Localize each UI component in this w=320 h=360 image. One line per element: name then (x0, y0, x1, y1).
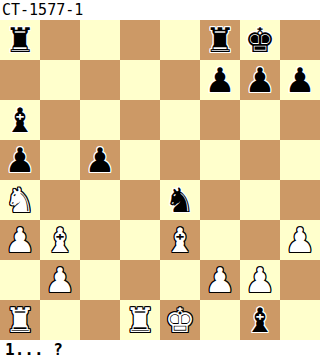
square-e5[interactable] (160, 140, 200, 180)
square-g7[interactable]: ♟ (240, 60, 280, 100)
square-b3[interactable]: ♝ (40, 220, 80, 260)
square-d1[interactable]: ♜ (120, 300, 160, 340)
black-bishop-g1: ♝ (245, 300, 275, 340)
chess-puzzle-page: CT-1577-1 ♜♜♚♟♟♟♝♟♟♞♞♟♝♝♟♟♟♟♜♜♚♝ 1... ? (0, 0, 320, 360)
square-d7[interactable] (120, 60, 160, 100)
black-bishop-a6: ♝ (5, 100, 35, 140)
square-b8[interactable] (40, 20, 80, 60)
square-c3[interactable] (80, 220, 120, 260)
square-f3[interactable] (200, 220, 240, 260)
black-pawn-a5: ♟ (5, 140, 35, 180)
square-d4[interactable] (120, 180, 160, 220)
white-bishop-b3: ♝ (45, 220, 75, 260)
square-f1[interactable] (200, 300, 240, 340)
square-f2[interactable]: ♟ (200, 260, 240, 300)
square-d3[interactable] (120, 220, 160, 260)
square-e3[interactable]: ♝ (160, 220, 200, 260)
square-g2[interactable]: ♟ (240, 260, 280, 300)
square-a5[interactable]: ♟ (0, 140, 40, 180)
white-king-e1: ♚ (165, 300, 195, 340)
white-knight-a4: ♞ (5, 180, 35, 220)
square-b4[interactable] (40, 180, 80, 220)
square-f4[interactable] (200, 180, 240, 220)
square-a3[interactable]: ♟ (0, 220, 40, 260)
white-pawn-a3: ♟ (5, 220, 35, 260)
square-c4[interactable] (80, 180, 120, 220)
square-d2[interactable] (120, 260, 160, 300)
white-pawn-h3: ♟ (285, 220, 315, 260)
square-e2[interactable] (160, 260, 200, 300)
square-d6[interactable] (120, 100, 160, 140)
square-h1[interactable] (280, 300, 320, 340)
square-e8[interactable] (160, 20, 200, 60)
black-knight-e4: ♞ (165, 180, 195, 220)
square-h3[interactable]: ♟ (280, 220, 320, 260)
square-e7[interactable] (160, 60, 200, 100)
white-pawn-g2: ♟ (245, 260, 275, 300)
square-c8[interactable] (80, 20, 120, 60)
black-rook-a8: ♜ (5, 20, 35, 60)
square-e6[interactable] (160, 100, 200, 140)
square-b6[interactable] (40, 100, 80, 140)
square-a1[interactable]: ♜ (0, 300, 40, 340)
puzzle-id-label: CT-1577-1 (0, 0, 320, 20)
square-d8[interactable] (120, 20, 160, 60)
square-a8[interactable]: ♜ (0, 20, 40, 60)
white-pawn-b2: ♟ (45, 260, 75, 300)
white-rook-a1: ♜ (5, 300, 35, 340)
square-g4[interactable] (240, 180, 280, 220)
square-f8[interactable]: ♜ (200, 20, 240, 60)
square-f7[interactable]: ♟ (200, 60, 240, 100)
square-c6[interactable] (80, 100, 120, 140)
black-pawn-g7: ♟ (245, 60, 275, 100)
square-h6[interactable] (280, 100, 320, 140)
move-prompt-label: 1... ? (0, 340, 320, 360)
black-pawn-f7: ♟ (205, 60, 235, 100)
square-e1[interactable]: ♚ (160, 300, 200, 340)
square-b2[interactable]: ♟ (40, 260, 80, 300)
square-c2[interactable] (80, 260, 120, 300)
square-g1[interactable]: ♝ (240, 300, 280, 340)
square-f5[interactable] (200, 140, 240, 180)
square-h5[interactable] (280, 140, 320, 180)
white-bishop-e3: ♝ (165, 220, 195, 260)
black-pawn-h7: ♟ (285, 60, 315, 100)
square-f6[interactable] (200, 100, 240, 140)
square-c1[interactable] (80, 300, 120, 340)
square-h4[interactable] (280, 180, 320, 220)
square-a4[interactable]: ♞ (0, 180, 40, 220)
chess-board: ♜♜♚♟♟♟♝♟♟♞♞♟♝♝♟♟♟♟♜♜♚♝ (0, 20, 320, 340)
square-a6[interactable]: ♝ (0, 100, 40, 140)
black-pawn-c5: ♟ (85, 140, 115, 180)
square-c5[interactable]: ♟ (80, 140, 120, 180)
white-pawn-f2: ♟ (205, 260, 235, 300)
black-king-g8: ♚ (245, 20, 275, 60)
square-b1[interactable] (40, 300, 80, 340)
square-h2[interactable] (280, 260, 320, 300)
white-rook-d1: ♜ (125, 300, 155, 340)
square-g5[interactable] (240, 140, 280, 180)
square-b7[interactable] (40, 60, 80, 100)
square-a2[interactable] (0, 260, 40, 300)
square-g6[interactable] (240, 100, 280, 140)
square-d5[interactable] (120, 140, 160, 180)
square-c7[interactable] (80, 60, 120, 100)
square-e4[interactable]: ♞ (160, 180, 200, 220)
square-a7[interactable] (0, 60, 40, 100)
black-rook-f8: ♜ (205, 20, 235, 60)
square-h8[interactable] (280, 20, 320, 60)
square-g8[interactable]: ♚ (240, 20, 280, 60)
square-h7[interactable]: ♟ (280, 60, 320, 100)
square-b5[interactable] (40, 140, 80, 180)
square-g3[interactable] (240, 220, 280, 260)
